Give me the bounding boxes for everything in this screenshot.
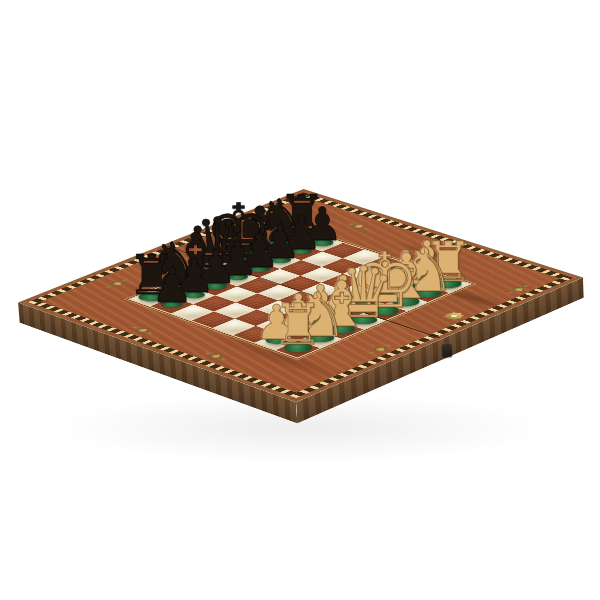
square-a2 — [255, 333, 298, 350]
square-c4 — [257, 301, 300, 317]
square-b2 — [277, 324, 320, 341]
square-a5 — [192, 311, 235, 327]
inlay-motif-diamond — [504, 283, 534, 295]
square-b1 — [298, 331, 341, 348]
chess-board — [18, 189, 583, 402]
square-b6 — [193, 295, 236, 311]
square-b3 — [256, 317, 299, 333]
scene: ♜♞♝♛♚♝♞♜♟♟♟♟♟♟♟♟♟♟♟♟♟♟♟♟♜♞♝♛♚♝♞♜ — [0, 0, 600, 600]
square-f1 — [385, 295, 428, 311]
inlay-motif-diamond — [365, 343, 396, 355]
square-c1 — [320, 322, 363, 339]
square-e1 — [363, 304, 406, 320]
square-b5 — [214, 302, 257, 318]
square-a4 — [213, 319, 256, 335]
inlay-motif-diamond — [102, 278, 132, 290]
square-a3 — [234, 326, 277, 343]
square-c2 — [299, 315, 342, 331]
inlay-star-icon — [438, 310, 470, 322]
square-a1 — [276, 341, 320, 358]
square-g1 — [406, 286, 449, 302]
square-e3 — [321, 290, 364, 306]
square-a6 — [171, 304, 214, 320]
square-f2 — [364, 288, 407, 304]
square-d3 — [299, 299, 342, 315]
square-a7 — [151, 297, 193, 313]
square-c3 — [278, 308, 321, 324]
rim-inlay-bottom — [28, 299, 303, 398]
square-b4 — [235, 310, 278, 326]
board-top — [18, 189, 583, 402]
inlay-motif-diamond — [201, 351, 231, 362]
square-d1 — [342, 313, 385, 329]
inlay-motif-diamond — [128, 325, 158, 336]
rim-inlay-right — [290, 276, 573, 398]
square-c5 — [236, 293, 279, 309]
square-d2 — [321, 306, 364, 322]
square-d4 — [278, 292, 321, 308]
square-e2 — [342, 297, 385, 313]
